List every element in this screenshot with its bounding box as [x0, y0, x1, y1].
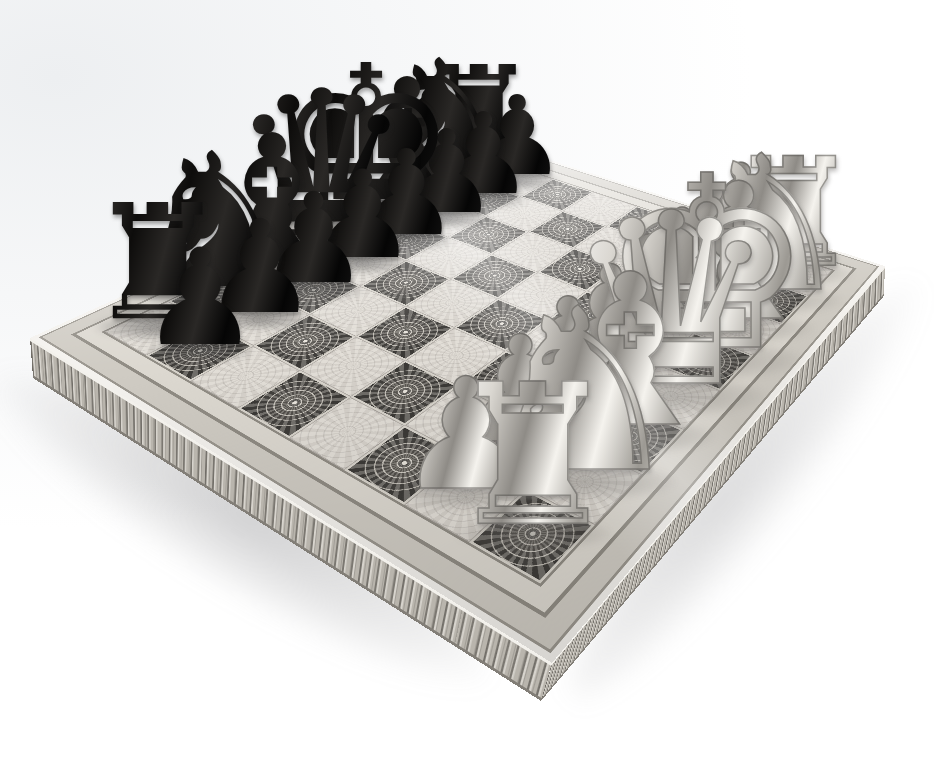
chess-set-photo: ♜♞♝♛♚♝♞♜♟♟♟♟♟♟♟♟♟♟♟♟♟♟♟♟♜♞♝♛♚♝♞♜ — [0, 0, 934, 768]
chess-board — [30, 136, 885, 663]
board-squares-grid — [105, 154, 833, 584]
